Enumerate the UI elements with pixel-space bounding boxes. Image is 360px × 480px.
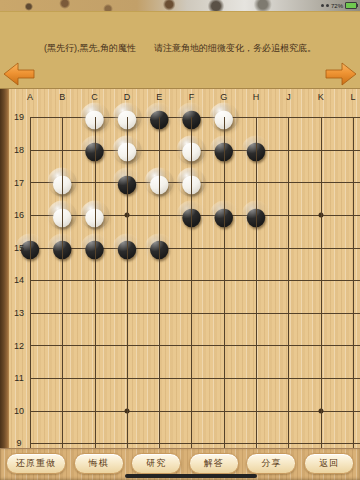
board-point-E9[interactable]: [143, 427, 175, 448]
toolbar-buttons: 还原重做 悔棋 研究 解答 分享 返回: [0, 449, 360, 474]
board-point-F16[interactable]: ●: [175, 199, 207, 232]
board-point-D12[interactable]: [111, 329, 143, 362]
black-stone: ●: [111, 166, 143, 199]
board-point-K16[interactable]: [305, 199, 337, 232]
row-label-14: 14: [14, 275, 24, 285]
board-point-F12[interactable]: [175, 329, 207, 362]
board-point-E19[interactable]: ●: [143, 101, 175, 134]
board-point-B11[interactable]: [46, 362, 78, 395]
board-point-K9[interactable]: [305, 427, 337, 448]
white-stone: ●: [143, 166, 175, 199]
board-point-C11[interactable]: [78, 362, 110, 395]
board-point-J13[interactable]: [272, 297, 304, 330]
col-label-D: D: [124, 92, 131, 102]
board-point-L19[interactable]: [337, 101, 360, 134]
board-point-E15[interactable]: ●: [143, 231, 175, 264]
black-stone: ●: [208, 134, 240, 167]
board-point-B10[interactable]: [46, 394, 78, 427]
col-label-B: B: [59, 92, 65, 102]
board-point-C12[interactable]: [78, 329, 110, 362]
board-point-D9[interactable]: [111, 427, 143, 448]
board-point-K13[interactable]: [305, 297, 337, 330]
board-point-D14[interactable]: [111, 264, 143, 297]
board-point-F9[interactable]: [175, 427, 207, 448]
board-point-L9[interactable]: [337, 427, 360, 448]
row-label-16: 16: [14, 210, 24, 220]
board-point-L18[interactable]: [337, 134, 360, 167]
row-label-9: 9: [16, 438, 21, 448]
black-stone: ●: [208, 199, 240, 232]
star-point: [124, 408, 129, 413]
board-point-L15[interactable]: [337, 231, 360, 264]
board-point-K11[interactable]: [305, 362, 337, 395]
row-label-19: 19: [14, 112, 24, 122]
row-label-15: 15: [14, 243, 24, 253]
row-label-17: 17: [14, 178, 24, 188]
app-screen: 72% (黑先行),黑先,角的魔性请注意角地的细微变化，务必追根究底。: [0, 0, 360, 480]
board-point-J11[interactable]: [272, 362, 304, 395]
board-point-J17[interactable]: [272, 166, 304, 199]
board-point-H11[interactable]: [240, 362, 272, 395]
board-point-C9[interactable]: [78, 427, 110, 448]
board-point-C13[interactable]: [78, 297, 110, 330]
board-point-J19[interactable]: [272, 101, 304, 134]
instruction-panel: (黑先行),黑先,角的魔性请注意角地的细微变化，务必追根究底。: [0, 11, 360, 89]
board-point-J18[interactable]: [272, 134, 304, 167]
board-point-C14[interactable]: [78, 264, 110, 297]
row-label-11: 11: [14, 373, 23, 383]
board-point-C10[interactable]: [78, 394, 110, 427]
board-point-H9[interactable]: [240, 427, 272, 448]
board-point-G9[interactable]: [208, 427, 240, 448]
board-point-E11[interactable]: [143, 362, 175, 395]
share-button[interactable]: 分享: [246, 453, 296, 474]
board-point-C18[interactable]: ●: [78, 134, 110, 167]
star-point: [318, 408, 323, 413]
black-stone: ●: [143, 231, 175, 264]
col-label-J: J: [286, 92, 291, 102]
black-stone: ●: [78, 134, 110, 167]
black-stone: ●: [78, 231, 110, 264]
board-point-J15[interactable]: [272, 231, 304, 264]
board-point-B14[interactable]: [46, 264, 78, 297]
next-problem-arrow-icon[interactable]: [324, 61, 358, 87]
board-point-L17[interactable]: [337, 166, 360, 199]
board-point-H18[interactable]: ●: [240, 134, 272, 167]
board-point-H14[interactable]: [240, 264, 272, 297]
board-point-L12[interactable]: [337, 329, 360, 362]
board-point-G15[interactable]: [208, 231, 240, 264]
board-point-D10[interactable]: [111, 394, 143, 427]
board-point-E17[interactable]: ●: [143, 166, 175, 199]
board-point-G13[interactable]: [208, 297, 240, 330]
board-point-G18[interactable]: ●: [208, 134, 240, 167]
home-indicator[interactable]: [125, 474, 257, 478]
board-point-G10[interactable]: [208, 394, 240, 427]
board-point-B19[interactable]: [46, 101, 78, 134]
board-point-D13[interactable]: [111, 297, 143, 330]
board-point-L11[interactable]: [337, 362, 360, 395]
board-point-J16[interactable]: [272, 199, 304, 232]
board-point-D15[interactable]: ●: [111, 231, 143, 264]
row-label-13: 13: [14, 308, 24, 318]
board-point-F10[interactable]: [175, 394, 207, 427]
board-point-F11[interactable]: [175, 362, 207, 395]
board-point-B9[interactable]: [46, 427, 78, 448]
board-point-B13[interactable]: [46, 297, 78, 330]
col-label-E: E: [156, 92, 162, 102]
board-left-edge: [0, 89, 9, 448]
board-point-K12[interactable]: [305, 329, 337, 362]
board-point-E13[interactable]: [143, 297, 175, 330]
board-point-H16[interactable]: ●: [240, 199, 272, 232]
black-stone: ●: [143, 101, 175, 134]
board-point-J12[interactable]: [272, 329, 304, 362]
reset-button[interactable]: 还原重做: [6, 453, 66, 474]
board-point-K18[interactable]: [305, 134, 337, 167]
board-point-L13[interactable]: [337, 297, 360, 330]
board-point-G12[interactable]: [208, 329, 240, 362]
col-label-H: H: [253, 92, 260, 102]
prev-problem-arrow-icon[interactable]: [2, 61, 36, 87]
undo-button[interactable]: 悔棋: [74, 453, 124, 474]
col-label-G: G: [220, 92, 227, 102]
go-board: ●●●●●●●●●●●●●●●●●●●●●●●● ABCDEFGHJKL1918…: [0, 89, 360, 448]
battery-icon: [345, 2, 357, 9]
col-label-C: C: [91, 92, 98, 102]
board-point-F14[interactable]: [175, 264, 207, 297]
board-point-K10[interactable]: [305, 394, 337, 427]
col-label-K: K: [318, 92, 324, 102]
board-point-L14[interactable]: [337, 264, 360, 297]
battery-percent: 72%: [331, 3, 343, 9]
board-point-H12[interactable]: [240, 329, 272, 362]
board-point-E10[interactable]: [143, 394, 175, 427]
research-button[interactable]: 研究: [131, 453, 181, 474]
board-grid: ●●●●●●●●●●●●●●●●●●●●●●●●: [14, 101, 360, 448]
black-stone: ●: [175, 199, 207, 232]
board-point-H10[interactable]: [240, 394, 272, 427]
answer-button[interactable]: 解答: [189, 453, 239, 474]
board-point-H15[interactable]: [240, 231, 272, 264]
board-point-D17[interactable]: ●: [111, 166, 143, 199]
star-point: [124, 213, 129, 218]
problem-title: (黑先行),黑先,角的魔性: [44, 43, 136, 53]
board-point-J9[interactable]: [272, 427, 304, 448]
back-button[interactable]: 返回: [304, 453, 354, 474]
board-point-B12[interactable]: [46, 329, 78, 362]
lock-icon: [326, 4, 329, 7]
board-point-K19[interactable]: [305, 101, 337, 134]
problem-hint: 请注意角地的细微变化，务必追根究底。: [154, 43, 316, 53]
board-point-G16[interactable]: ●: [208, 199, 240, 232]
board-point-E12[interactable]: [143, 329, 175, 362]
board-point-K17[interactable]: [305, 166, 337, 199]
black-stone: ●: [240, 199, 272, 232]
board-point-J14[interactable]: [272, 264, 304, 297]
black-stone: ●: [111, 231, 143, 264]
location-icon: [321, 4, 324, 7]
board-point-K15[interactable]: [305, 231, 337, 264]
board-point-H13[interactable]: [240, 297, 272, 330]
board-point-L16[interactable]: [337, 199, 360, 232]
black-stone: ●: [240, 134, 272, 167]
col-label-L: L: [350, 92, 355, 102]
board-point-F13[interactable]: [175, 297, 207, 330]
board-point-F15[interactable]: [175, 231, 207, 264]
board-point-G11[interactable]: [208, 362, 240, 395]
board-point-B15[interactable]: ●: [46, 231, 78, 264]
problem-text: (黑先行),黑先,角的魔性请注意角地的细微变化，务必追根究底。: [0, 42, 360, 55]
board-point-J10[interactable]: [272, 394, 304, 427]
status-icons: 72%: [321, 2, 357, 9]
board-point-C15[interactable]: ●: [78, 231, 110, 264]
board-point-L10[interactable]: [337, 394, 360, 427]
header-photo: 72%: [0, 0, 360, 11]
black-stone: ●: [46, 231, 78, 264]
star-point: [318, 213, 323, 218]
board-point-K14[interactable]: [305, 264, 337, 297]
col-label-F: F: [189, 92, 195, 102]
row-label-18: 18: [14, 145, 24, 155]
board-point-D11[interactable]: [111, 362, 143, 395]
col-label-A: A: [27, 92, 33, 102]
board-point-E14[interactable]: [143, 264, 175, 297]
board-point-G14[interactable]: [208, 264, 240, 297]
row-label-10: 10: [14, 406, 24, 416]
row-label-12: 12: [14, 341, 24, 351]
